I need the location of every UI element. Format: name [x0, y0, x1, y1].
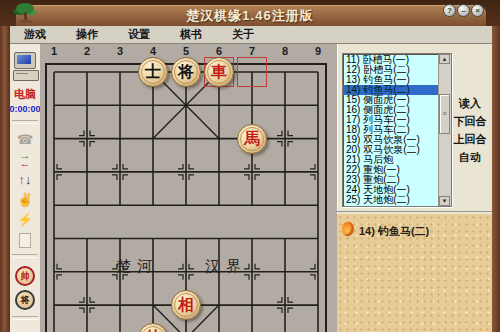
- move-list-item[interactable]: 13) 钓鱼马(一): [343, 75, 439, 85]
- list-scrollbar[interactable]: ▲ ≡ ▼: [438, 54, 451, 206]
- lightning-icon[interactable]: ⚡: [16, 211, 34, 228]
- computer-icon: [13, 52, 37, 82]
- scroll-down-icon[interactable]: ▼: [439, 196, 450, 206]
- river-label-left: 楚河: [116, 257, 158, 276]
- piece-red-車[interactable]: 車: [204, 57, 234, 87]
- move-list-item[interactable]: 11) 卧槽马(一): [343, 55, 439, 65]
- menu-bar: 游戏操作设置棋书关于: [0, 26, 500, 44]
- column-label-1: 1: [48, 45, 60, 57]
- separator: [12, 254, 38, 258]
- column-label-3: 3: [114, 45, 126, 57]
- document-icon[interactable]: [16, 231, 34, 248]
- black-general-icon[interactable]: 将: [15, 290, 35, 310]
- updown-arrows-icon[interactable]: ↑↓: [16, 171, 34, 188]
- piece-red-相[interactable]: 相: [171, 290, 201, 320]
- move-list-item[interactable]: 18) 列马车(二): [343, 125, 439, 135]
- swap-arrows-icon[interactable]: →←: [16, 151, 34, 168]
- move-list-item[interactable]: 19) 双马饮泉(一): [343, 135, 439, 145]
- column-label-8: 8: [279, 45, 291, 57]
- board-area[interactable]: 楚河 汉界 123456789士将車馬相帅: [40, 44, 337, 332]
- piece-black-士[interactable]: 士: [138, 57, 168, 87]
- piece-black-将[interactable]: 将: [171, 57, 201, 87]
- move-list-item[interactable]: 21) 马后炮: [343, 155, 439, 165]
- river-label-right: 汉界: [205, 257, 247, 276]
- move-list-item[interactable]: 20) 双马饮泉(二): [343, 145, 439, 155]
- red-general-icon[interactable]: 帅: [15, 266, 35, 286]
- close-button[interactable]: ×: [471, 4, 484, 17]
- window-title: 楚汉棋缘1.46注册版: [0, 7, 500, 25]
- opponent-label: 电脑: [14, 87, 36, 102]
- piece-red-帅[interactable]: 帅: [138, 323, 168, 332]
- menu-item-1[interactable]: 游戏: [24, 27, 46, 42]
- menu-item-2[interactable]: 操作: [76, 27, 98, 42]
- move-list-item[interactable]: 12) 卧槽马(二): [343, 65, 439, 75]
- help-button[interactable]: ?: [443, 4, 456, 17]
- move-list-item[interactable]: 15) 侧面虎(一): [343, 95, 439, 105]
- opening-book-list[interactable]: 11) 卧槽马(一)12) 卧槽马(二)13) 钓鱼马(一)14) 钓鱼马(二)…: [342, 53, 452, 207]
- phone-icon[interactable]: ☎: [16, 131, 34, 148]
- separator: [12, 316, 38, 320]
- scroll-up-icon[interactable]: ▲: [439, 54, 450, 64]
- current-move-text: 14) 钓鱼马(二): [359, 224, 429, 239]
- move-list-item[interactable]: 22) 重炮(一): [343, 165, 439, 175]
- sidebar: 电脑 0:00:00 ☎ →← ↑↓ ✌ ⚡ 帅 将: [10, 44, 41, 332]
- auto-button[interactable]: 自动: [449, 150, 491, 165]
- move-list-item[interactable]: 25) 天地炮(二): [343, 195, 439, 205]
- minimize-button[interactable]: –: [457, 4, 470, 17]
- move-list-item[interactable]: 14) 钓鱼马(二): [343, 85, 442, 95]
- hand-icon[interactable]: ✌: [16, 191, 34, 208]
- next-round-button[interactable]: 下回合: [449, 114, 491, 129]
- piece-red-馬[interactable]: 馬: [237, 124, 267, 154]
- separator: [12, 120, 38, 124]
- column-label-6: 6: [213, 45, 225, 57]
- right-panel: 11) 卧槽马(一)12) 卧槽马(二)13) 钓鱼马(一)14) 钓鱼马(二)…: [337, 44, 492, 332]
- window-left-border: [0, 26, 10, 332]
- column-label-4: 4: [147, 45, 159, 57]
- menu-item-5[interactable]: 关于: [232, 27, 254, 42]
- move-list-item[interactable]: 17) 列马车(一): [343, 115, 439, 125]
- app-window: 楚汉棋缘1.46注册版 ? – × 游戏操作设置棋书关于 电脑 0:00:00 …: [0, 0, 500, 332]
- column-label-5: 5: [180, 45, 192, 57]
- board-grid: [40, 44, 337, 332]
- last-move-highlight: [237, 57, 267, 87]
- move-list-item[interactable]: 23) 重炮(二): [343, 175, 439, 185]
- column-label-7: 7: [246, 45, 258, 57]
- prev-round-button[interactable]: 上回合: [449, 132, 491, 147]
- move-list-item[interactable]: 16) 侧面虎(二): [343, 105, 439, 115]
- window-right-border: [492, 26, 500, 332]
- title-bar: 楚汉棋缘1.46注册版 ? – ×: [0, 0, 500, 26]
- menu-item-3[interactable]: 设置: [128, 27, 150, 42]
- load-button[interactable]: 读入: [449, 96, 491, 111]
- move-list-item[interactable]: 24) 天地炮(一): [343, 185, 439, 195]
- column-label-2: 2: [81, 45, 93, 57]
- game-timer: 0:00:00: [9, 104, 40, 114]
- status-panel: 14) 钓鱼马(二): [337, 214, 492, 332]
- current-move-icon: [341, 221, 356, 237]
- menu-item-4[interactable]: 棋书: [180, 27, 202, 42]
- column-label-9: 9: [312, 45, 324, 57]
